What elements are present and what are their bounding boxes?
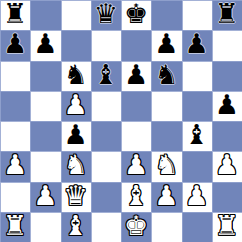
square-d3[interactable] bbox=[91, 151, 121, 181]
square-g3[interactable] bbox=[182, 151, 212, 181]
square-b4[interactable] bbox=[30, 121, 60, 151]
white-pawn[interactable]: ♟ bbox=[124, 150, 148, 180]
black-bishop[interactable]: ♝ bbox=[185, 120, 209, 150]
white-pawn[interactable]: ♟ bbox=[3, 150, 27, 180]
square-d8[interactable]: ♛ bbox=[91, 0, 121, 30]
square-h5[interactable]: ♟ bbox=[212, 91, 242, 121]
square-c3[interactable]: ♞ bbox=[61, 151, 91, 181]
black-bishop[interactable]: ♝ bbox=[94, 60, 118, 90]
white-pawn[interactable]: ♟ bbox=[215, 150, 239, 180]
black-pawn[interactable]: ♟ bbox=[3, 29, 27, 59]
square-c6[interactable]: ♞ bbox=[61, 61, 91, 91]
square-g1[interactable] bbox=[182, 212, 212, 242]
white-rook[interactable]: ♜ bbox=[215, 211, 239, 241]
square-a4[interactable] bbox=[0, 121, 30, 151]
square-f2[interactable]: ♟ bbox=[151, 182, 181, 212]
square-h2[interactable] bbox=[212, 182, 242, 212]
square-f8[interactable] bbox=[151, 0, 181, 30]
square-a5[interactable] bbox=[0, 91, 30, 121]
square-c2[interactable]: ♛ bbox=[61, 182, 91, 212]
square-f4[interactable] bbox=[151, 121, 181, 151]
black-knight[interactable]: ♞ bbox=[154, 60, 178, 90]
square-b7[interactable]: ♟ bbox=[30, 30, 60, 60]
chess-board: ♜♛♚♜♟♟♟♟♞♝♟♞♟♟♟♝♟♞♟♞♟♟♛♝♟♟♜♝♚♜ bbox=[0, 0, 242, 242]
square-h4[interactable] bbox=[212, 121, 242, 151]
square-d1[interactable] bbox=[91, 212, 121, 242]
square-e2[interactable]: ♝ bbox=[121, 182, 151, 212]
square-g7[interactable]: ♟ bbox=[182, 30, 212, 60]
square-e8[interactable]: ♚ bbox=[121, 0, 151, 30]
black-rook[interactable]: ♜ bbox=[3, 0, 27, 29]
square-h6[interactable] bbox=[212, 61, 242, 91]
square-g8[interactable] bbox=[182, 0, 212, 30]
square-b1[interactable] bbox=[30, 212, 60, 242]
square-g6[interactable] bbox=[182, 61, 212, 91]
square-e7[interactable] bbox=[121, 30, 151, 60]
square-g2[interactable]: ♟ bbox=[182, 182, 212, 212]
black-knight[interactable]: ♞ bbox=[64, 60, 88, 90]
square-h8[interactable]: ♜ bbox=[212, 0, 242, 30]
black-queen[interactable]: ♛ bbox=[94, 0, 118, 29]
square-c1[interactable]: ♝ bbox=[61, 212, 91, 242]
square-a6[interactable] bbox=[0, 61, 30, 91]
square-e6[interactable]: ♟ bbox=[121, 61, 151, 91]
black-pawn[interactable]: ♟ bbox=[154, 29, 178, 59]
white-knight[interactable]: ♞ bbox=[154, 150, 178, 180]
square-h7[interactable] bbox=[212, 30, 242, 60]
square-e1[interactable]: ♚ bbox=[121, 212, 151, 242]
square-b3[interactable] bbox=[30, 151, 60, 181]
square-b2[interactable]: ♟ bbox=[30, 182, 60, 212]
square-e4[interactable] bbox=[121, 121, 151, 151]
square-e3[interactable]: ♟ bbox=[121, 151, 151, 181]
black-pawn[interactable]: ♟ bbox=[215, 90, 239, 120]
square-d5[interactable] bbox=[91, 91, 121, 121]
square-a7[interactable]: ♟ bbox=[0, 30, 30, 60]
black-pawn[interactable]: ♟ bbox=[64, 120, 88, 150]
square-a8[interactable]: ♜ bbox=[0, 0, 30, 30]
square-f1[interactable] bbox=[151, 212, 181, 242]
black-king[interactable]: ♚ bbox=[124, 0, 148, 29]
square-f3[interactable]: ♞ bbox=[151, 151, 181, 181]
square-b8[interactable] bbox=[30, 0, 60, 30]
square-h1[interactable]: ♜ bbox=[212, 212, 242, 242]
square-a3[interactable]: ♟ bbox=[0, 151, 30, 181]
square-c5[interactable]: ♟ bbox=[61, 91, 91, 121]
black-rook[interactable]: ♜ bbox=[215, 0, 239, 29]
square-c7[interactable] bbox=[61, 30, 91, 60]
square-f6[interactable]: ♞ bbox=[151, 61, 181, 91]
square-g5[interactable] bbox=[182, 91, 212, 121]
white-bishop[interactable]: ♝ bbox=[64, 211, 88, 241]
white-pawn[interactable]: ♟ bbox=[33, 181, 57, 211]
white-queen[interactable]: ♛ bbox=[64, 181, 88, 211]
white-pawn[interactable]: ♟ bbox=[185, 181, 209, 211]
square-c8[interactable] bbox=[61, 0, 91, 30]
white-king[interactable]: ♚ bbox=[124, 211, 148, 241]
square-a2[interactable] bbox=[0, 182, 30, 212]
square-h3[interactable]: ♟ bbox=[212, 151, 242, 181]
white-knight[interactable]: ♞ bbox=[64, 150, 88, 180]
square-b5[interactable] bbox=[30, 91, 60, 121]
square-a1[interactable]: ♜ bbox=[0, 212, 30, 242]
square-b6[interactable] bbox=[30, 61, 60, 91]
square-f7[interactable]: ♟ bbox=[151, 30, 181, 60]
square-d2[interactable] bbox=[91, 182, 121, 212]
white-pawn[interactable]: ♟ bbox=[154, 181, 178, 211]
black-pawn[interactable]: ♟ bbox=[185, 29, 209, 59]
square-g4[interactable]: ♝ bbox=[182, 121, 212, 151]
square-c4[interactable]: ♟ bbox=[61, 121, 91, 151]
black-pawn[interactable]: ♟ bbox=[33, 29, 57, 59]
square-d4[interactable] bbox=[91, 121, 121, 151]
square-d6[interactable]: ♝ bbox=[91, 61, 121, 91]
square-d7[interactable] bbox=[91, 30, 121, 60]
white-pawn[interactable]: ♟ bbox=[64, 90, 88, 120]
black-pawn[interactable]: ♟ bbox=[124, 60, 148, 90]
white-bishop[interactable]: ♝ bbox=[124, 181, 148, 211]
white-rook[interactable]: ♜ bbox=[3, 211, 27, 241]
square-f5[interactable] bbox=[151, 91, 181, 121]
square-e5[interactable] bbox=[121, 91, 151, 121]
